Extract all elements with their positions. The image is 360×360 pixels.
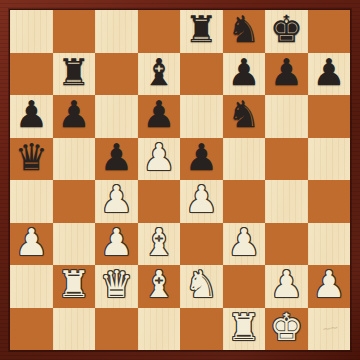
square-g8[interactable]: ♚ bbox=[265, 10, 308, 53]
square-f6[interactable]: ♞ bbox=[223, 95, 266, 138]
piece-white-pawn[interactable]: ♟ bbox=[100, 223, 133, 264]
piece-white-pawn[interactable]: ♟ bbox=[142, 138, 175, 179]
piece-white-bishop[interactable]: ♝ bbox=[142, 265, 175, 306]
square-e1[interactable] bbox=[180, 308, 223, 351]
piece-black-pawn[interactable]: ♟ bbox=[57, 95, 90, 136]
piece-white-rook[interactable]: ♜ bbox=[57, 265, 90, 306]
square-a7[interactable] bbox=[10, 53, 53, 96]
square-f1[interactable]: ♜ bbox=[223, 308, 266, 351]
square-d8[interactable] bbox=[138, 10, 181, 53]
square-g3[interactable] bbox=[265, 223, 308, 266]
square-b6[interactable]: ♟ bbox=[53, 95, 96, 138]
square-c3[interactable]: ♟ bbox=[95, 223, 138, 266]
square-d6[interactable]: ♟ bbox=[138, 95, 181, 138]
piece-black-king[interactable]: ♚ bbox=[270, 10, 303, 51]
square-g1[interactable]: ♚ bbox=[265, 308, 308, 351]
square-c5[interactable]: ♟ bbox=[95, 138, 138, 181]
square-d5[interactable]: ♟ bbox=[138, 138, 181, 181]
square-c8[interactable] bbox=[95, 10, 138, 53]
square-f8[interactable]: ♞ bbox=[223, 10, 266, 53]
square-c2[interactable]: ♛ bbox=[95, 265, 138, 308]
piece-white-pawn[interactable]: ♟ bbox=[312, 265, 345, 306]
square-e5[interactable]: ♟ bbox=[180, 138, 223, 181]
square-c6[interactable] bbox=[95, 95, 138, 138]
square-b7[interactable]: ♜ bbox=[53, 53, 96, 96]
piece-black-knight[interactable]: ♞ bbox=[227, 95, 260, 136]
square-h6[interactable] bbox=[308, 95, 351, 138]
piece-white-pawn[interactable]: ♟ bbox=[270, 265, 303, 306]
square-e4[interactable]: ♟ bbox=[180, 180, 223, 223]
piece-white-pawn[interactable]: ♟ bbox=[227, 223, 260, 264]
piece-black-rook[interactable]: ♜ bbox=[57, 53, 90, 94]
square-e8[interactable]: ♜ bbox=[180, 10, 223, 53]
square-c4[interactable]: ♟ bbox=[95, 180, 138, 223]
piece-white-pawn[interactable]: ♟ bbox=[100, 180, 133, 221]
square-h1[interactable]: ∼∼ bbox=[308, 308, 351, 351]
square-a5[interactable]: ♛ bbox=[10, 138, 53, 181]
square-c1[interactable] bbox=[95, 308, 138, 351]
piece-black-rook[interactable]: ♜ bbox=[185, 10, 218, 51]
square-d7[interactable]: ♝ bbox=[138, 53, 181, 96]
square-g2[interactable]: ♟ bbox=[265, 265, 308, 308]
square-a6[interactable]: ♟ bbox=[10, 95, 53, 138]
piece-black-pawn[interactable]: ♟ bbox=[312, 53, 345, 94]
square-c7[interactable] bbox=[95, 53, 138, 96]
square-f2[interactable] bbox=[223, 265, 266, 308]
square-e3[interactable] bbox=[180, 223, 223, 266]
square-b8[interactable] bbox=[53, 10, 96, 53]
piece-white-knight[interactable]: ♞ bbox=[185, 265, 218, 306]
piece-black-pawn[interactable]: ♟ bbox=[270, 53, 303, 94]
square-d2[interactable]: ♝ bbox=[138, 265, 181, 308]
chess-board: ♜♞♚♜♝♟♟♟♟♟♟♞♛♟♟♟♟♟♟♟♝♟♜♛♝♞♟♟♜♚∼∼ bbox=[10, 10, 350, 350]
square-a8[interactable] bbox=[10, 10, 53, 53]
square-h3[interactable] bbox=[308, 223, 351, 266]
square-g4[interactable] bbox=[265, 180, 308, 223]
piece-white-pawn[interactable]: ♟ bbox=[15, 223, 48, 264]
square-e6[interactable] bbox=[180, 95, 223, 138]
square-d3[interactable]: ♝ bbox=[138, 223, 181, 266]
square-g6[interactable] bbox=[265, 95, 308, 138]
square-g7[interactable]: ♟ bbox=[265, 53, 308, 96]
square-b4[interactable] bbox=[53, 180, 96, 223]
square-a3[interactable]: ♟ bbox=[10, 223, 53, 266]
square-d1[interactable] bbox=[138, 308, 181, 351]
square-b1[interactable] bbox=[53, 308, 96, 351]
square-h2[interactable]: ♟ bbox=[308, 265, 351, 308]
square-g5[interactable] bbox=[265, 138, 308, 181]
piece-white-pawn[interactable]: ♟ bbox=[185, 180, 218, 221]
square-h4[interactable] bbox=[308, 180, 351, 223]
square-a2[interactable] bbox=[10, 265, 53, 308]
square-e7[interactable] bbox=[180, 53, 223, 96]
square-a1[interactable] bbox=[10, 308, 53, 351]
piece-black-pawn[interactable]: ♟ bbox=[100, 138, 133, 179]
square-f7[interactable]: ♟ bbox=[223, 53, 266, 96]
square-f4[interactable] bbox=[223, 180, 266, 223]
piece-black-pawn[interactable]: ♟ bbox=[227, 53, 260, 94]
square-h8[interactable] bbox=[308, 10, 351, 53]
square-d4[interactable] bbox=[138, 180, 181, 223]
square-a4[interactable] bbox=[10, 180, 53, 223]
square-b3[interactable] bbox=[53, 223, 96, 266]
square-b2[interactable]: ♜ bbox=[53, 265, 96, 308]
square-b5[interactable] bbox=[53, 138, 96, 181]
piece-black-pawn[interactable]: ♟ bbox=[142, 95, 175, 136]
piece-white-queen[interactable]: ♛ bbox=[100, 265, 133, 306]
piece-white-rook[interactable]: ♜ bbox=[227, 308, 260, 349]
piece-black-knight[interactable]: ♞ bbox=[227, 10, 260, 51]
board-frame: ♜♞♚♜♝♟♟♟♟♟♟♞♛♟♟♟♟♟♟♟♝♟♜♛♝♞♟♟♜♚∼∼ bbox=[0, 0, 360, 360]
square-e2[interactable]: ♞ bbox=[180, 265, 223, 308]
piece-black-bishop[interactable]: ♝ bbox=[142, 53, 175, 94]
square-h7[interactable]: ♟ bbox=[308, 53, 351, 96]
piece-black-pawn[interactable]: ♟ bbox=[15, 95, 48, 136]
piece-black-queen[interactable]: ♛ bbox=[15, 138, 48, 179]
piece-white-bishop[interactable]: ♝ bbox=[142, 223, 175, 264]
square-f5[interactable] bbox=[223, 138, 266, 181]
square-h5[interactable] bbox=[308, 138, 351, 181]
piece-black-pawn[interactable]: ♟ bbox=[185, 138, 218, 179]
artist-signature: ∼∼ bbox=[321, 321, 337, 336]
square-f3[interactable]: ♟ bbox=[223, 223, 266, 266]
piece-white-king[interactable]: ♚ bbox=[270, 308, 303, 349]
